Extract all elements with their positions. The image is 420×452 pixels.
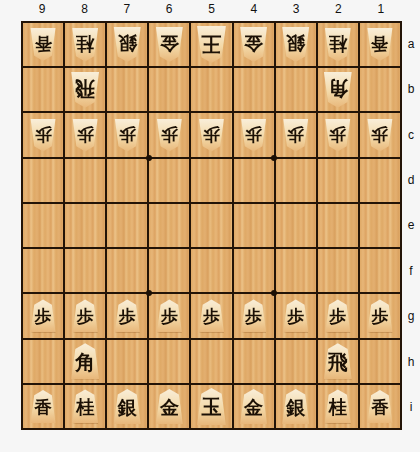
square-6e[interactable] <box>149 204 189 247</box>
shogi-app: 987654321 abcdefghi 香桂銀金王金銀桂香飛角歩歩歩歩歩歩歩歩歩… <box>0 0 420 452</box>
square-5e[interactable] <box>191 204 231 247</box>
piece-sente-pawn[interactable]: 歩 <box>198 299 224 332</box>
square-3a[interactable]: 銀 <box>276 23 316 66</box>
piece-sente-gold[interactable]: 金 <box>240 389 268 424</box>
rank-label-h: h <box>403 339 419 384</box>
square-4b[interactable] <box>234 68 274 111</box>
piece-kanji: 歩 <box>77 126 94 143</box>
file-label-4: 4 <box>233 0 275 20</box>
file-label-3: 3 <box>275 0 317 20</box>
square-8d[interactable] <box>65 159 105 202</box>
piece-sente-bishop[interactable]: 角 <box>71 343 100 379</box>
square-1f[interactable] <box>360 249 400 292</box>
piece-kanji: 歩 <box>329 308 346 325</box>
piece-gote-gold[interactable]: 金 <box>240 27 268 62</box>
piece-kanji: 香 <box>371 35 388 52</box>
piece-sente-pawn[interactable]: 歩 <box>325 299 351 332</box>
piece-kanji: 金 <box>160 34 179 53</box>
shogi-board: 香桂銀金王金銀桂香飛角歩歩歩歩歩歩歩歩歩歩歩歩歩歩歩歩歩歩角飛香桂銀金玉金銀桂香 <box>21 21 402 430</box>
piece-sente-knight[interactable]: 桂 <box>324 389 351 423</box>
piece-kanji: 角 <box>75 352 95 372</box>
piece-kanji: 飛 <box>75 79 95 99</box>
square-3b[interactable] <box>276 68 316 111</box>
square-1c[interactable]: 歩 <box>360 113 400 156</box>
star-point <box>271 155 277 161</box>
piece-kanji: 銀 <box>286 34 305 53</box>
piece-kanji: 歩 <box>161 126 178 143</box>
star-point <box>146 290 152 296</box>
square-7g[interactable]: 歩 <box>107 294 147 337</box>
square-6h[interactable] <box>149 340 189 383</box>
star-point <box>271 290 277 296</box>
piece-kanji: 歩 <box>77 308 94 325</box>
square-3e[interactable] <box>276 204 316 247</box>
square-8c[interactable]: 歩 <box>65 113 105 156</box>
square-7e[interactable] <box>107 204 147 247</box>
square-3c[interactable]: 歩 <box>276 113 316 156</box>
piece-kanji: 玉 <box>201 397 221 417</box>
piece-sente-silver[interactable]: 銀 <box>282 389 310 424</box>
square-5i[interactable]: 玉 <box>191 385 231 428</box>
file-labels: 987654321 <box>21 0 402 20</box>
piece-gote-gold[interactable]: 金 <box>155 27 183 62</box>
piece-kanji: 金 <box>160 398 179 417</box>
square-1h[interactable] <box>360 340 400 383</box>
piece-sente-pawn[interactable]: 歩 <box>241 299 267 332</box>
piece-kanji: 歩 <box>245 126 262 143</box>
piece-gote-rook[interactable]: 飛 <box>71 72 100 108</box>
star-point <box>146 155 152 161</box>
square-8h[interactable]: 角 <box>65 340 105 383</box>
piece-kanji: 歩 <box>287 308 304 325</box>
rank-labels: abcdefghi <box>403 21 419 430</box>
piece-gote-pawn[interactable]: 歩 <box>30 119 56 152</box>
piece-sente-pawn[interactable]: 歩 <box>156 299 182 332</box>
piece-gote-pawn[interactable]: 歩 <box>114 119 140 152</box>
square-3d[interactable] <box>276 159 316 202</box>
square-9a[interactable]: 香 <box>23 23 63 66</box>
piece-kanji: 歩 <box>371 126 388 143</box>
square-2g[interactable]: 歩 <box>318 294 358 337</box>
square-1i[interactable]: 香 <box>360 385 400 428</box>
square-5b[interactable] <box>191 68 231 111</box>
square-7b[interactable] <box>107 68 147 111</box>
file-label-5: 5 <box>190 0 232 20</box>
square-8f[interactable] <box>65 249 105 292</box>
file-label-7: 7 <box>106 0 148 20</box>
piece-gote-bishop[interactable]: 角 <box>323 72 352 108</box>
square-1b[interactable] <box>360 68 400 111</box>
square-6i[interactable]: 金 <box>149 385 189 428</box>
file-label-2: 2 <box>317 0 359 20</box>
square-8a[interactable]: 桂 <box>65 23 105 66</box>
square-4g[interactable]: 歩 <box>234 294 274 337</box>
rank-label-f: f <box>403 248 419 293</box>
piece-gote-silver[interactable]: 銀 <box>113 27 141 62</box>
piece-gote-lance[interactable]: 香 <box>30 28 56 61</box>
square-5f[interactable] <box>191 249 231 292</box>
piece-gote-pawn[interactable]: 歩 <box>241 119 267 152</box>
square-3i[interactable]: 銀 <box>276 385 316 428</box>
square-5g[interactable]: 歩 <box>191 294 231 337</box>
square-2b[interactable]: 角 <box>318 68 358 111</box>
piece-kanji: 金 <box>244 34 263 53</box>
piece-kanji: 香 <box>371 399 388 416</box>
square-7i[interactable]: 銀 <box>107 385 147 428</box>
piece-kanji: 歩 <box>119 308 136 325</box>
square-1a[interactable]: 香 <box>360 23 400 66</box>
square-6b[interactable] <box>149 68 189 111</box>
square-8e[interactable] <box>65 204 105 247</box>
square-4d[interactable] <box>234 159 274 202</box>
piece-kanji: 銀 <box>286 398 305 417</box>
square-7a[interactable]: 銀 <box>107 23 147 66</box>
square-7c[interactable]: 歩 <box>107 113 147 156</box>
square-3h[interactable] <box>276 340 316 383</box>
piece-gote-knight[interactable]: 桂 <box>324 28 351 62</box>
square-8g[interactable]: 歩 <box>65 294 105 337</box>
piece-gote-pawn[interactable]: 歩 <box>367 119 393 152</box>
square-7h[interactable] <box>107 340 147 383</box>
square-4i[interactable]: 金 <box>234 385 274 428</box>
square-8b[interactable]: 飛 <box>65 68 105 111</box>
square-4f[interactable] <box>234 249 274 292</box>
square-2h[interactable]: 飛 <box>318 340 358 383</box>
piece-gote-pawn[interactable]: 歩 <box>156 119 182 152</box>
square-6c[interactable]: 歩 <box>149 113 189 156</box>
piece-gote-silver[interactable]: 銀 <box>282 27 310 62</box>
rank-label-i: i <box>403 385 419 430</box>
rank-label-b: b <box>403 66 419 111</box>
square-5a[interactable]: 王 <box>191 23 231 66</box>
piece-gote-pawn[interactable]: 歩 <box>198 119 224 152</box>
piece-kanji: 王 <box>201 34 221 54</box>
square-4e[interactable] <box>234 204 274 247</box>
square-6a[interactable]: 金 <box>149 23 189 66</box>
piece-sente-king[interactable]: 玉 <box>196 388 226 425</box>
square-9d[interactable] <box>23 159 63 202</box>
piece-sente-pawn[interactable]: 歩 <box>367 299 393 332</box>
square-6d[interactable] <box>149 159 189 202</box>
square-6g[interactable]: 歩 <box>149 294 189 337</box>
piece-sente-silver[interactable]: 銀 <box>113 389 141 424</box>
square-7f[interactable] <box>107 249 147 292</box>
piece-sente-lance[interactable]: 香 <box>367 390 393 423</box>
rank-label-a: a <box>403 21 419 66</box>
square-2d[interactable] <box>318 159 358 202</box>
piece-kanji: 歩 <box>203 308 220 325</box>
piece-kanji: 歩 <box>119 126 136 143</box>
rank-label-g: g <box>403 294 419 339</box>
square-9e[interactable] <box>23 204 63 247</box>
square-1g[interactable]: 歩 <box>360 294 400 337</box>
piece-kanji: 歩 <box>371 308 388 325</box>
square-2f[interactable] <box>318 249 358 292</box>
piece-sente-pawn[interactable]: 歩 <box>283 299 309 332</box>
rank-label-d: d <box>403 157 419 202</box>
square-4h[interactable] <box>234 340 274 383</box>
file-label-8: 8 <box>63 0 105 20</box>
piece-sente-gold[interactable]: 金 <box>155 389 183 424</box>
rank-label-c: c <box>403 112 419 157</box>
square-9g[interactable]: 歩 <box>23 294 63 337</box>
square-5d[interactable] <box>191 159 231 202</box>
square-2i[interactable]: 桂 <box>318 385 358 428</box>
square-9h[interactable] <box>23 340 63 383</box>
piece-kanji: 桂 <box>76 35 94 53</box>
piece-kanji: 香 <box>35 399 52 416</box>
piece-kanji: 飛 <box>328 352 348 372</box>
square-3f[interactable] <box>276 249 316 292</box>
square-2c[interactable]: 歩 <box>318 113 358 156</box>
file-label-1: 1 <box>360 0 402 20</box>
rank-label-e: e <box>403 203 419 248</box>
piece-sente-rook[interactable]: 飛 <box>323 343 352 379</box>
piece-kanji: 香 <box>35 35 52 52</box>
square-4a[interactable]: 金 <box>234 23 274 66</box>
square-3g[interactable]: 歩 <box>276 294 316 337</box>
piece-sente-pawn[interactable]: 歩 <box>114 299 140 332</box>
square-7d[interactable] <box>107 159 147 202</box>
square-8i[interactable]: 桂 <box>65 385 105 428</box>
square-1d[interactable] <box>360 159 400 202</box>
square-5c[interactable]: 歩 <box>191 113 231 156</box>
piece-gote-pawn[interactable]: 歩 <box>325 119 351 152</box>
piece-gote-pawn[interactable]: 歩 <box>283 119 309 152</box>
piece-kanji: 歩 <box>35 308 52 325</box>
square-6f[interactable] <box>149 249 189 292</box>
piece-kanji: 歩 <box>161 308 178 325</box>
board-grid: 香桂銀金王金銀桂香飛角歩歩歩歩歩歩歩歩歩歩歩歩歩歩歩歩歩歩角飛香桂銀金玉金銀桂香 <box>23 23 400 428</box>
square-2e[interactable] <box>318 204 358 247</box>
square-9c[interactable]: 歩 <box>23 113 63 156</box>
piece-sente-knight[interactable]: 桂 <box>72 389 99 423</box>
square-9f[interactable] <box>23 249 63 292</box>
piece-kanji: 歩 <box>35 126 52 143</box>
piece-gote-pawn[interactable]: 歩 <box>72 119 98 152</box>
piece-kanji: 銀 <box>118 34 137 53</box>
piece-kanji: 歩 <box>287 126 304 143</box>
square-5h[interactable] <box>191 340 231 383</box>
piece-kanji: 歩 <box>329 126 346 143</box>
square-2a[interactable]: 桂 <box>318 23 358 66</box>
piece-gote-knight[interactable]: 桂 <box>72 28 99 62</box>
piece-kanji: 桂 <box>329 398 347 416</box>
square-9i[interactable]: 香 <box>23 385 63 428</box>
file-label-9: 9 <box>21 0 63 20</box>
piece-sente-pawn[interactable]: 歩 <box>72 299 98 332</box>
piece-kanji: 桂 <box>76 398 94 416</box>
piece-gote-lance[interactable]: 香 <box>367 28 393 61</box>
square-1e[interactable] <box>360 204 400 247</box>
piece-kanji: 桂 <box>329 35 347 53</box>
file-label-6: 6 <box>148 0 190 20</box>
piece-kanji: 金 <box>244 398 263 417</box>
piece-kanji: 銀 <box>118 398 137 417</box>
piece-kanji: 歩 <box>245 308 262 325</box>
piece-sente-lance[interactable]: 香 <box>30 390 56 423</box>
piece-kanji: 歩 <box>203 126 220 143</box>
square-9b[interactable] <box>23 68 63 111</box>
square-4c[interactable]: 歩 <box>234 113 274 156</box>
piece-gote-king[interactable]: 王 <box>196 26 226 63</box>
piece-sente-pawn[interactable]: 歩 <box>30 299 56 332</box>
piece-kanji: 角 <box>328 79 348 99</box>
